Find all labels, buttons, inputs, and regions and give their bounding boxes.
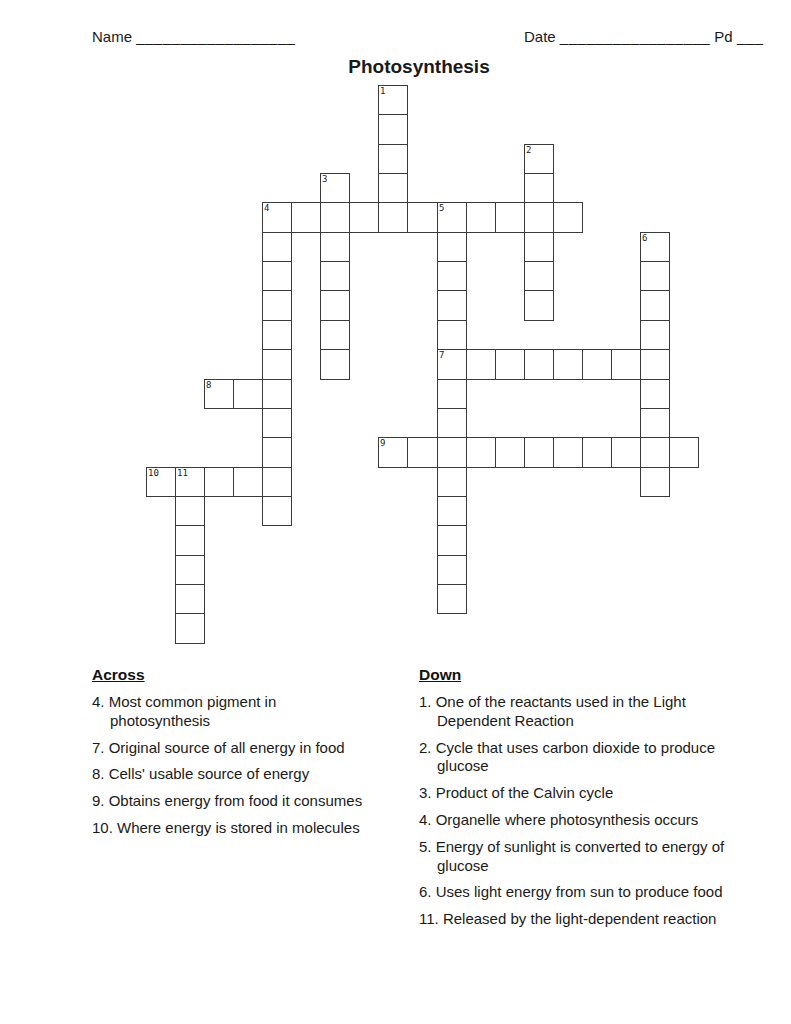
grid-cell-r9c11[interactable] — [466, 349, 496, 380]
date-pd-field: Date _________________ Pd ___ — [524, 28, 763, 45]
grid-cell-r7c17[interactable] — [640, 290, 670, 321]
across-clue-list: 4. Most common pigment in photosynthesis… — [92, 693, 362, 838]
grid-cell-r7c6[interactable] — [320, 290, 350, 321]
grid-cell-r7c4[interactable] — [262, 290, 292, 321]
grid-cell-r8c17[interactable] — [640, 320, 670, 350]
grid-cell-r13c4[interactable] — [262, 467, 292, 497]
down-clue-7: 11. Released by the light-dependent reac… — [419, 910, 724, 929]
down-clues-section: Down 1. One of the reactants used in the… — [419, 666, 724, 937]
grid-cell-r12c10[interactable] — [437, 437, 467, 468]
grid-cell-r0c8[interactable]: 1 — [378, 85, 408, 115]
clue-number-10: 10 — [148, 468, 159, 479]
worksheet-page: { "game": "crossword", "title": "Photosy… — [0, 0, 791, 1024]
across-heading: Across — [92, 666, 362, 684]
grid-cell-r13c0[interactable]: 10 — [146, 467, 176, 497]
grid-cell-r11c17[interactable] — [640, 408, 670, 438]
grid-cell-r15c10[interactable] — [437, 525, 467, 556]
grid-cell-r6c6[interactable] — [320, 261, 350, 291]
grid-cell-r12c12[interactable] — [495, 437, 525, 468]
date-label: Date — [524, 28, 556, 45]
grid-cell-r12c17[interactable] — [640, 437, 670, 468]
grid-cell-r13c17[interactable] — [640, 467, 670, 497]
grid-cell-r4c8[interactable] — [378, 202, 408, 233]
clue-number-4: 4 — [264, 203, 269, 214]
grid-cell-r5c17[interactable]: 6 — [640, 232, 670, 262]
down-clue-4: 4. Organelle where photosynthesis occurs — [419, 811, 724, 830]
grid-cell-r9c15[interactable] — [582, 349, 612, 380]
grid-cell-r10c4[interactable] — [262, 379, 292, 409]
across-clue-4: 9. Obtains energy from food it consumes — [92, 792, 362, 811]
grid-cell-r4c10[interactable]: 5 — [437, 202, 467, 233]
grid-cell-r8c4[interactable] — [262, 320, 292, 350]
grid-cell-r4c9[interactable] — [407, 202, 438, 233]
grid-cell-r9c12[interactable] — [495, 349, 525, 380]
down-heading: Down — [419, 666, 724, 684]
grid-cell-r4c5[interactable] — [291, 202, 321, 233]
grid-cell-r14c1[interactable] — [175, 496, 205, 526]
clue-number-1: 1 — [380, 86, 385, 97]
grid-cell-r12c16[interactable] — [611, 437, 641, 468]
clue-number-8: 8 — [206, 380, 211, 391]
date-blank-line[interactable]: _________________ — [560, 28, 710, 45]
grid-cell-r11c10[interactable] — [437, 408, 467, 438]
grid-cell-r17c1[interactable] — [175, 584, 205, 614]
grid-cell-r3c13[interactable] — [524, 173, 554, 203]
pd-blank-line[interactable]: ___ — [737, 28, 764, 45]
grid-cell-r1c8[interactable] — [378, 114, 408, 145]
grid-cell-r13c3[interactable] — [233, 467, 263, 497]
grid-cell-r10c3[interactable] — [233, 379, 263, 409]
grid-cell-r12c4[interactable] — [262, 437, 292, 468]
puzzle-title: Photosynthesis — [146, 56, 692, 78]
grid-cell-r10c2[interactable]: 8 — [204, 379, 234, 409]
grid-cell-r7c10[interactable] — [437, 290, 467, 321]
grid-cell-r14c10[interactable] — [437, 496, 467, 526]
down-clue-5: 5. Energy of sunlight is converted to en… — [419, 838, 724, 876]
grid-cell-r4c6[interactable] — [320, 202, 350, 233]
grid-cell-r11c4[interactable] — [262, 408, 292, 438]
grid-cell-r14c4[interactable] — [262, 496, 292, 526]
clue-number-7: 7 — [439, 350, 444, 361]
across-clues-section: Across 4. Most common pigment in photosy… — [92, 666, 362, 846]
grid-cell-r4c13[interactable] — [524, 202, 554, 233]
grid-cell-r13c1[interactable]: 11 — [175, 467, 205, 497]
grid-cell-r13c10[interactable] — [437, 467, 467, 497]
grid-cell-r5c10[interactable] — [437, 232, 467, 262]
clue-number-5: 5 — [439, 203, 444, 214]
grid-cell-r13c2[interactable] — [204, 467, 234, 497]
clue-number-11: 11 — [177, 468, 188, 479]
down-clue-1: 1. One of the reactants used in the Ligh… — [419, 693, 724, 731]
grid-cell-r3c8[interactable] — [378, 173, 408, 203]
grid-cell-r2c13[interactable]: 2 — [524, 144, 554, 174]
grid-cell-r6c13[interactable] — [524, 261, 554, 291]
grid-cell-r12c11[interactable] — [466, 437, 496, 468]
pd-label: Pd — [714, 28, 732, 45]
grid-cell-r12c9[interactable] — [407, 437, 438, 468]
grid-cell-r8c6[interactable] — [320, 320, 350, 350]
name-field: Name __________________ — [92, 28, 295, 45]
name-blank-line[interactable]: __________________ — [136, 28, 295, 45]
grid-cell-r6c17[interactable] — [640, 261, 670, 291]
grid-cell-r9c14[interactable] — [553, 349, 583, 380]
down-clue-list: 1. One of the reactants used in the Ligh… — [419, 693, 724, 929]
grid-cell-r4c11[interactable] — [466, 202, 496, 233]
grid-cell-r2c8[interactable] — [378, 144, 408, 174]
grid-cell-r5c4[interactable] — [262, 232, 292, 262]
grid-cell-r9c16[interactable] — [611, 349, 641, 380]
grid-cell-r12c14[interactable] — [553, 437, 583, 468]
clue-number-3: 3 — [322, 174, 327, 185]
grid-cell-r8c10[interactable] — [437, 320, 467, 350]
down-clue-3: 3. Product of the Calvin cycle — [419, 784, 724, 803]
across-clue-1: 4. Most common pigment in photosynthesis — [92, 693, 362, 731]
clue-number-2: 2 — [526, 145, 531, 156]
clue-number-6: 6 — [642, 233, 647, 244]
down-clue-6: 6. Uses light energy from sun to produce… — [419, 883, 724, 902]
grid-cell-r10c10[interactable] — [437, 379, 467, 409]
name-label: Name — [92, 28, 132, 45]
grid-cell-r12c13[interactable] — [524, 437, 554, 468]
grid-cell-r16c1[interactable] — [175, 555, 205, 585]
grid-cell-r9c6[interactable] — [320, 349, 350, 380]
grid-cell-r4c7[interactable] — [349, 202, 379, 233]
grid-cell-r9c10[interactable]: 7 — [437, 349, 467, 380]
grid-cell-r12c15[interactable] — [582, 437, 612, 468]
grid-cell-r9c13[interactable] — [524, 349, 554, 380]
across-clue-2: 7. Original source of all energy in food — [92, 739, 362, 758]
grid-cell-r16c10[interactable] — [437, 555, 467, 585]
grid-cell-r6c10[interactable] — [437, 261, 467, 291]
grid-cell-r10c17[interactable] — [640, 379, 670, 409]
grid-cell-r7c13[interactable] — [524, 290, 554, 321]
crossword-grid: 1234567891011 — [146, 85, 704, 647]
grid-cell-r5c6[interactable] — [320, 232, 350, 262]
grid-cell-r9c4[interactable] — [262, 349, 292, 380]
grid-cell-r4c4[interactable]: 4 — [262, 202, 292, 233]
grid-cell-r12c18[interactable] — [669, 437, 699, 468]
grid-cell-r4c14[interactable] — [553, 202, 583, 233]
grid-cell-r9c17[interactable] — [640, 349, 670, 380]
clue-number-9: 9 — [380, 438, 385, 449]
grid-cell-r6c4[interactable] — [262, 261, 292, 291]
grid-cell-r18c1[interactable] — [175, 613, 205, 644]
grid-cell-r5c13[interactable] — [524, 232, 554, 262]
grid-cell-r15c1[interactable] — [175, 525, 205, 556]
across-clue-3: 8. Cells' usable source of energy — [92, 765, 362, 784]
grid-cell-r12c8[interactable]: 9 — [378, 437, 408, 468]
grid-cell-r3c6[interactable]: 3 — [320, 173, 350, 203]
down-clue-2: 2. Cycle that uses carbon dioxide to pro… — [419, 739, 724, 777]
grid-cell-r4c12[interactable] — [495, 202, 525, 233]
grid-cell-r17c10[interactable] — [437, 584, 467, 614]
across-clue-5: 10. Where energy is stored in molecules — [92, 819, 362, 838]
